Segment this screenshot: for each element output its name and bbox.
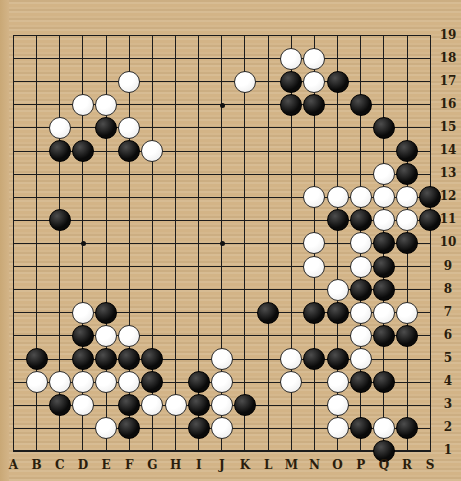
stone-D6-black [72,325,94,347]
column-label-I: I [189,458,209,472]
stone-R12-white [396,186,418,208]
stone-C14-black [49,140,71,162]
stone-N18-white [303,48,325,70]
column-label-P: P [351,458,371,472]
row-label-10: 10 [436,235,460,249]
stone-O4-white [327,371,349,393]
stone-O3-white [327,394,349,416]
stone-H3-white [165,394,187,416]
star-point-J16 [220,103,225,108]
stone-E6-white [95,325,117,347]
stone-E16-white [95,94,117,116]
stone-F5-black [118,348,140,370]
stone-N9-white [303,256,325,278]
stone-E7-black [95,302,117,324]
stone-O5-black [327,348,349,370]
stone-P6-white [350,325,372,347]
stone-F3-black [118,394,140,416]
stone-Q15-black [373,117,395,139]
row-label-16: 16 [436,97,460,111]
column-label-O: O [328,458,348,472]
stone-P9-white [350,256,372,278]
stone-E4-white [95,371,117,393]
row-label-4: 4 [436,374,460,388]
stone-R11-white [396,209,418,231]
row-label-14: 14 [436,143,460,157]
star-point-D10 [81,241,86,246]
stone-R14-black [396,140,418,162]
row-label-1: 1 [436,443,460,457]
stone-G5-black [141,348,163,370]
stone-R13-black [396,163,418,185]
stone-D16-white [72,94,94,116]
stone-F2-black [118,417,140,439]
column-label-J: J [212,458,232,472]
stone-G4-black [141,371,163,393]
stone-N10-white [303,232,325,254]
column-label-A: A [4,458,24,472]
column-label-K: K [235,458,255,472]
stone-B5-black [26,348,48,370]
stone-P12-white [350,186,372,208]
stone-D4-white [72,371,94,393]
stone-P5-white [350,348,372,370]
stone-M16-black [280,94,302,116]
row-label-13: 13 [436,166,460,180]
row-label-9: 9 [436,259,460,273]
stone-J2-white [211,417,233,439]
column-label-N: N [304,458,324,472]
column-label-Q: Q [374,458,394,472]
stone-N12-white [303,186,325,208]
stone-L7-black [257,302,279,324]
stone-Q9-black [373,256,395,278]
stone-R10-black [396,232,418,254]
stone-O12-white [327,186,349,208]
column-label-R: R [397,458,417,472]
column-label-M: M [281,458,301,472]
star-point-J10 [220,241,225,246]
column-label-H: H [166,458,186,472]
stone-C15-white [49,117,71,139]
column-label-E: E [96,458,116,472]
stone-I4-black [188,371,210,393]
stone-Q7-white [373,302,395,324]
row-label-8: 8 [436,282,460,296]
stone-F6-white [118,325,140,347]
row-label-3: 3 [436,397,460,411]
stone-P2-black [350,417,372,439]
row-label-15: 15 [436,120,460,134]
stone-Q11-white [373,209,395,231]
stone-G3-white [141,394,163,416]
row-label-19: 19 [436,28,460,42]
stone-E15-black [95,117,117,139]
stone-O17-black [327,71,349,93]
row-label-11: 11 [436,212,460,226]
stone-D5-black [72,348,94,370]
stone-K3-black [234,394,256,416]
stone-D3-white [72,394,94,416]
column-label-B: B [27,458,47,472]
stone-C4-white [49,371,71,393]
column-label-D: D [73,458,93,472]
row-label-5: 5 [436,351,460,365]
stone-D7-white [72,302,94,324]
stone-F14-black [118,140,140,162]
stone-G14-white [141,140,163,162]
stone-N16-black [303,94,325,116]
stone-J4-white [211,371,233,393]
stone-P16-black [350,94,372,116]
stone-Q6-black [373,325,395,347]
stone-R6-black [396,325,418,347]
stone-F15-white [118,117,140,139]
stone-O2-white [327,417,349,439]
stone-C3-black [49,394,71,416]
column-label-F: F [119,458,139,472]
stone-P10-white [350,232,372,254]
stone-K17-white [234,71,256,93]
row-label-18: 18 [436,51,460,65]
stone-O11-black [327,209,349,231]
stone-Q4-black [373,371,395,393]
stone-F17-white [118,71,140,93]
stone-F4-white [118,371,140,393]
stone-O8-white [327,279,349,301]
stone-M17-black [280,71,302,93]
row-label-12: 12 [436,189,460,203]
stone-N17-white [303,71,325,93]
row-label-2: 2 [436,420,460,434]
stone-Q10-black [373,232,395,254]
column-label-L: L [258,458,278,472]
wood-edge-shading [0,0,9,481]
stone-Q8-black [373,279,395,301]
stone-O7-black [327,302,349,324]
stone-E2-white [95,417,117,439]
stone-Q2-white [373,417,395,439]
column-label-S: S [420,458,440,472]
stone-M4-white [280,371,302,393]
stone-D14-black [72,140,94,162]
stone-M5-white [280,348,302,370]
go-board-screenshot: ABCDEFGHIJKLMNOPQRS191817161514131211109… [0,0,461,481]
row-label-6: 6 [436,328,460,342]
column-label-G: G [142,458,162,472]
row-label-17: 17 [436,74,460,88]
stone-E5-black [95,348,117,370]
stone-B4-white [26,371,48,393]
stone-Q13-white [373,163,395,185]
stone-M18-white [280,48,302,70]
stone-C11-black [49,209,71,231]
stone-R2-black [396,417,418,439]
stone-J5-white [211,348,233,370]
stone-Q12-white [373,186,395,208]
stone-P7-white [350,302,372,324]
stone-P4-black [350,371,372,393]
row-label-7: 7 [436,305,460,319]
stone-I3-black [188,394,210,416]
stone-J3-white [211,394,233,416]
stone-N5-black [303,348,325,370]
stone-P8-black [350,279,372,301]
stone-N7-black [303,302,325,324]
column-label-C: C [50,458,70,472]
stone-I2-black [188,417,210,439]
stone-P11-black [350,209,372,231]
stone-R7-white [396,302,418,324]
